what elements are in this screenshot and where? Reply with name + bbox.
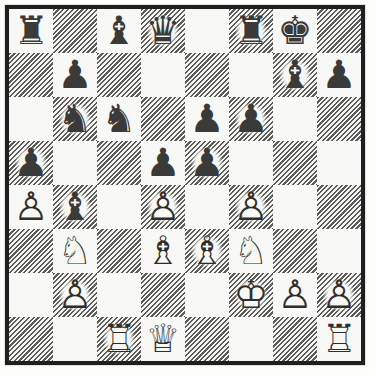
white-pawn-b2: ♙ — [53, 273, 97, 317]
square-f4[interactable]: ♙ — [229, 185, 273, 229]
square-b4[interactable]: ♝ — [53, 185, 97, 229]
square-e4[interactable] — [185, 185, 229, 229]
white-pawn-g2: ♙ — [273, 273, 317, 317]
black-king-g8: ♚ — [273, 9, 317, 53]
square-a6[interactable] — [9, 97, 53, 141]
square-g8[interactable]: ♚ — [273, 9, 317, 53]
chess-board: ♜♝♛♜♚♟♝♟♞♞♟♟♟♟♟♙♝♙♙♘♗♗♘♙♔♙♙♖♕♖ — [9, 9, 361, 361]
white-queen-d1: ♕ — [141, 317, 185, 361]
white-pawn-a4: ♙ — [9, 185, 53, 229]
square-c4[interactable] — [97, 185, 141, 229]
chess-board-frame: ♜♝♛♜♚♟♝♟♞♞♟♟♟♟♟♙♝♙♙♘♗♗♘♙♔♙♙♖♕♖ — [5, 5, 365, 365]
square-a8[interactable]: ♜ — [9, 9, 53, 53]
square-g4[interactable] — [273, 185, 317, 229]
black-knight-c6: ♞ — [97, 97, 141, 141]
square-c7[interactable] — [97, 53, 141, 97]
square-d7[interactable] — [141, 53, 185, 97]
square-h2[interactable]: ♙ — [317, 273, 361, 317]
square-d6[interactable] — [141, 97, 185, 141]
square-g5[interactable] — [273, 141, 317, 185]
square-c8[interactable]: ♝ — [97, 9, 141, 53]
square-g6[interactable] — [273, 97, 317, 141]
square-f3[interactable]: ♘ — [229, 229, 273, 273]
square-a5[interactable]: ♟ — [9, 141, 53, 185]
black-knight-b6: ♞ — [53, 97, 97, 141]
white-pawn-f4: ♙ — [229, 185, 273, 229]
black-queen-d8: ♛ — [141, 9, 185, 53]
square-e6[interactable]: ♟ — [185, 97, 229, 141]
square-c6[interactable]: ♞ — [97, 97, 141, 141]
square-b3[interactable]: ♘ — [53, 229, 97, 273]
square-a1[interactable] — [9, 317, 53, 361]
square-b6[interactable]: ♞ — [53, 97, 97, 141]
square-e5[interactable]: ♟ — [185, 141, 229, 185]
square-h1[interactable]: ♖ — [317, 317, 361, 361]
white-bishop-d3: ♗ — [141, 229, 185, 273]
black-rook-f8: ♜ — [229, 9, 273, 53]
square-h6[interactable] — [317, 97, 361, 141]
square-c2[interactable] — [97, 273, 141, 317]
square-h5[interactable] — [317, 141, 361, 185]
black-pawn-a5: ♟ — [9, 141, 53, 185]
square-a7[interactable] — [9, 53, 53, 97]
black-pawn-b7: ♟ — [53, 53, 97, 97]
white-pawn-h2: ♙ — [317, 273, 361, 317]
square-b7[interactable]: ♟ — [53, 53, 97, 97]
square-f5[interactable] — [229, 141, 273, 185]
black-bishop-c8: ♝ — [97, 9, 141, 53]
square-b2[interactable]: ♙ — [53, 273, 97, 317]
square-d5[interactable]: ♟ — [141, 141, 185, 185]
square-f7[interactable] — [229, 53, 273, 97]
square-g7[interactable]: ♝ — [273, 53, 317, 97]
black-bishop-b4: ♝ — [53, 185, 97, 229]
square-a3[interactable] — [9, 229, 53, 273]
square-c5[interactable] — [97, 141, 141, 185]
black-pawn-h7: ♟ — [317, 53, 361, 97]
square-a4[interactable]: ♙ — [9, 185, 53, 229]
square-f2[interactable]: ♔ — [229, 273, 273, 317]
white-rook-c1: ♖ — [97, 317, 141, 361]
square-d4[interactable]: ♙ — [141, 185, 185, 229]
square-e7[interactable] — [185, 53, 229, 97]
square-g2[interactable]: ♙ — [273, 273, 317, 317]
black-pawn-f6: ♟ — [229, 97, 273, 141]
square-g1[interactable] — [273, 317, 317, 361]
black-bishop-g7: ♝ — [273, 53, 317, 97]
square-e1[interactable] — [185, 317, 229, 361]
square-g3[interactable] — [273, 229, 317, 273]
square-e8[interactable] — [185, 9, 229, 53]
square-d8[interactable]: ♛ — [141, 9, 185, 53]
square-d2[interactable] — [141, 273, 185, 317]
square-c1[interactable]: ♖ — [97, 317, 141, 361]
square-b1[interactable] — [53, 317, 97, 361]
square-h8[interactable] — [317, 9, 361, 53]
square-d3[interactable]: ♗ — [141, 229, 185, 273]
white-pawn-d4: ♙ — [141, 185, 185, 229]
white-king-f2: ♔ — [229, 273, 273, 317]
square-c3[interactable] — [97, 229, 141, 273]
square-d1[interactable]: ♕ — [141, 317, 185, 361]
square-h3[interactable] — [317, 229, 361, 273]
square-h4[interactable] — [317, 185, 361, 229]
square-e2[interactable] — [185, 273, 229, 317]
square-f6[interactable]: ♟ — [229, 97, 273, 141]
black-pawn-d5: ♟ — [141, 141, 185, 185]
white-rook-h1: ♖ — [317, 317, 361, 361]
white-knight-b3: ♘ — [53, 229, 97, 273]
black-rook-a8: ♜ — [9, 9, 53, 53]
square-b8[interactable] — [53, 9, 97, 53]
square-e3[interactable]: ♗ — [185, 229, 229, 273]
white-bishop-e3: ♗ — [185, 229, 229, 273]
square-f8[interactable]: ♜ — [229, 9, 273, 53]
square-f1[interactable] — [229, 317, 273, 361]
white-knight-f3: ♘ — [229, 229, 273, 273]
square-a2[interactable] — [9, 273, 53, 317]
black-pawn-e5: ♟ — [185, 141, 229, 185]
black-pawn-e6: ♟ — [185, 97, 229, 141]
square-b5[interactable] — [53, 141, 97, 185]
square-h7[interactable]: ♟ — [317, 53, 361, 97]
